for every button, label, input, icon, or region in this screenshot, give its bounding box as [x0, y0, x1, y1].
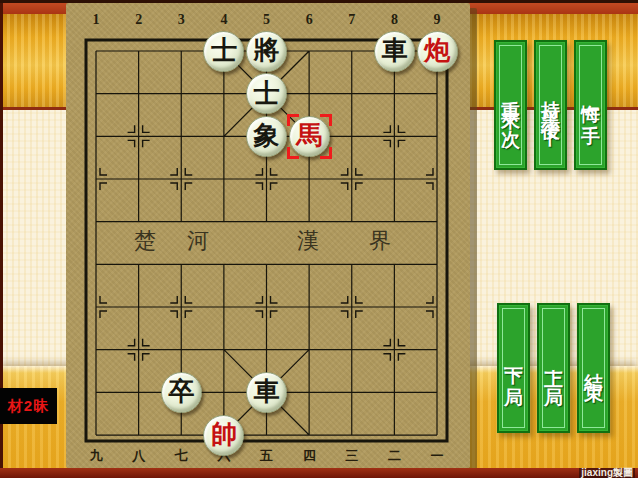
button-undo-move-label: 悔一手	[578, 90, 604, 120]
xiangqi-board[interactable]: 楚河漢界 123456789 九八七六五四三二一 士將車炮士象馬卒車帥	[66, 3, 470, 468]
button-previous-game[interactable]: 上一局	[537, 303, 570, 433]
button-undo-move[interactable]: 悔一手	[574, 40, 607, 170]
piece-char: 帥	[211, 422, 237, 448]
piece-red-general[interactable]: 帥	[203, 415, 244, 456]
piece-char: 炮	[424, 38, 450, 64]
piece-black-elephant[interactable]: 象	[246, 116, 287, 157]
button-end-label: 結束	[581, 358, 607, 378]
button-next-game[interactable]: 下一局	[497, 303, 530, 433]
piece-red-horse[interactable]: 馬	[289, 116, 330, 157]
app-window: 楚河漢界 123456789 九八七六五四三二一 士將車炮士象馬卒車帥 材2昧 …	[0, 0, 638, 478]
puzzle-badge: 材2昧	[0, 388, 57, 424]
watermark: jiaxing製圖	[579, 468, 635, 478]
piece-black-general[interactable]: 將	[246, 31, 287, 72]
piece-char: 士	[211, 38, 237, 64]
button-end[interactable]: 結束	[577, 303, 610, 433]
piece-char: 象	[254, 123, 280, 149]
piece-black-chariot[interactable]: 車	[246, 372, 287, 413]
piece-black-soldier[interactable]: 卒	[161, 372, 202, 413]
button-play-black-second[interactable]: 持黑後下	[534, 40, 567, 170]
piece-red-cannon[interactable]: 炮	[417, 31, 458, 72]
piece-char: 馬	[296, 123, 322, 149]
piece-char: 車	[254, 379, 280, 405]
piece-char: 卒	[168, 379, 194, 405]
piece-black-chariot[interactable]: 車	[374, 31, 415, 72]
button-previous-game-label: 上一局	[541, 353, 567, 383]
piece-black-advisor[interactable]: 士	[203, 31, 244, 72]
button-play-black-second-label: 持黑後下	[538, 85, 564, 125]
piece-black-advisor[interactable]: 士	[246, 73, 287, 114]
piece-char: 車	[381, 38, 407, 64]
button-restart-label: 重來一次	[498, 85, 524, 125]
button-restart[interactable]: 重來一次	[494, 40, 527, 170]
piece-char: 士	[254, 81, 280, 107]
button-next-game-label: 下一局	[501, 353, 527, 383]
bottom-bar: jiaxing製圖	[0, 468, 638, 478]
pieces-layer: 士將車炮士象馬卒車帥	[66, 3, 470, 468]
piece-char: 將	[254, 38, 280, 64]
